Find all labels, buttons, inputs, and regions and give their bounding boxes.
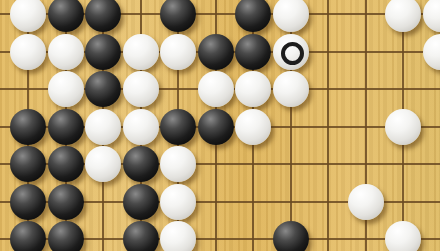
stone-black[interactable]	[48, 146, 84, 182]
stone-white[interactable]	[123, 71, 159, 107]
stone-black[interactable]	[198, 109, 234, 145]
stone-white[interactable]	[235, 71, 271, 107]
stone-white[interactable]	[123, 109, 159, 145]
stone-black[interactable]	[10, 184, 46, 220]
stone-black[interactable]	[48, 221, 84, 251]
stone-black[interactable]	[48, 184, 84, 220]
stone-white[interactable]	[160, 221, 196, 251]
stone-white[interactable]	[85, 146, 121, 182]
stone-black[interactable]	[123, 184, 159, 220]
stone-white[interactable]	[160, 184, 196, 220]
stone-black[interactable]	[10, 146, 46, 182]
stone-white[interactable]	[273, 34, 309, 70]
stone-white[interactable]	[273, 71, 309, 107]
stone-black[interactable]	[85, 34, 121, 70]
stone-white[interactable]	[235, 109, 271, 145]
stone-black[interactable]	[123, 146, 159, 182]
stone-white[interactable]	[48, 71, 84, 107]
stone-white[interactable]	[123, 34, 159, 70]
stone-white[interactable]	[198, 71, 234, 107]
go-board[interactable]	[0, 0, 440, 251]
stone-white[interactable]	[160, 34, 196, 70]
stone-black[interactable]	[48, 109, 84, 145]
stone-white[interactable]	[348, 184, 384, 220]
stone-black[interactable]	[235, 34, 271, 70]
stone-white[interactable]	[10, 34, 46, 70]
last-move-marker	[281, 42, 304, 65]
stone-black[interactable]	[123, 221, 159, 251]
stone-white[interactable]	[85, 109, 121, 145]
stone-white[interactable]	[385, 221, 421, 251]
stone-black[interactable]	[160, 109, 196, 145]
stone-white[interactable]	[48, 34, 84, 70]
stone-black[interactable]	[48, 0, 84, 32]
stone-white[interactable]	[160, 146, 196, 182]
stone-white[interactable]	[385, 109, 421, 145]
stone-black[interactable]	[10, 221, 46, 251]
stone-black[interactable]	[85, 71, 121, 107]
stone-white[interactable]	[273, 0, 309, 32]
stone-black[interactable]	[10, 109, 46, 145]
stone-black[interactable]	[273, 221, 309, 251]
stone-black[interactable]	[198, 34, 234, 70]
